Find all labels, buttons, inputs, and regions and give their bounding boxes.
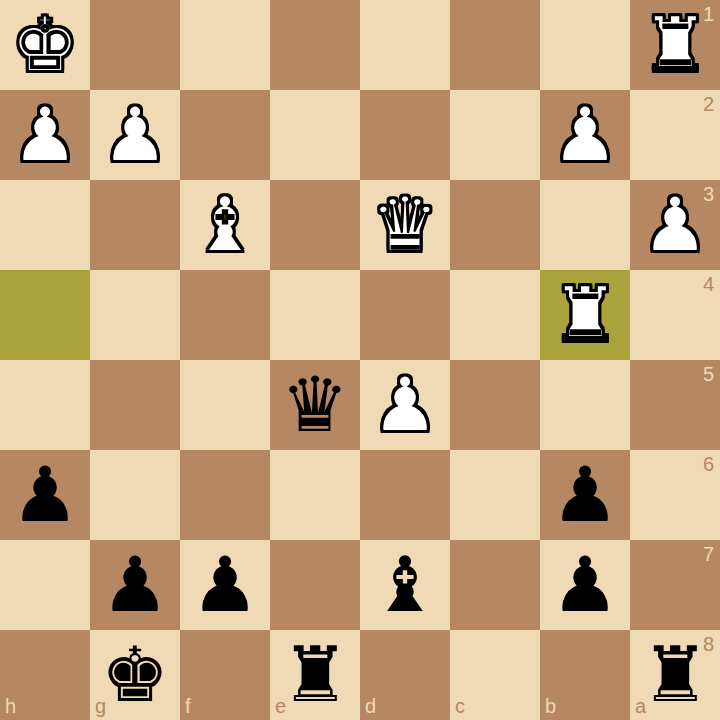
square-g8[interactable]: g♚: [90, 630, 180, 720]
square-e4[interactable]: [270, 270, 360, 360]
square-d4[interactable]: [360, 270, 450, 360]
square-g1[interactable]: [90, 0, 180, 90]
black-pawn[interactable]: ♟: [540, 450, 630, 540]
square-h2[interactable]: ♟: [0, 90, 90, 180]
coord-file-b: b: [545, 695, 556, 718]
coord-rank-7: 7: [703, 543, 714, 566]
square-g4[interactable]: [90, 270, 180, 360]
square-d1[interactable]: [360, 0, 450, 90]
square-h7[interactable]: [0, 540, 90, 630]
square-a1[interactable]: 1♜: [630, 0, 720, 90]
square-g2[interactable]: ♟: [90, 90, 180, 180]
square-b6[interactable]: ♟: [540, 450, 630, 540]
white-pawn[interactable]: ♟: [360, 360, 450, 450]
black-pawn[interactable]: ♟: [90, 540, 180, 630]
square-d3[interactable]: ♛: [360, 180, 450, 270]
square-f1[interactable]: [180, 0, 270, 90]
square-a6[interactable]: 6: [630, 450, 720, 540]
square-c3[interactable]: [450, 180, 540, 270]
square-h4[interactable]: [0, 270, 90, 360]
coord-file-f: f: [185, 695, 191, 718]
square-d5[interactable]: ♟: [360, 360, 450, 450]
white-pawn[interactable]: ♟: [0, 90, 90, 180]
square-e6[interactable]: [270, 450, 360, 540]
square-h8[interactable]: h: [0, 630, 90, 720]
square-b3[interactable]: [540, 180, 630, 270]
square-c1[interactable]: [450, 0, 540, 90]
white-bishop[interactable]: ♝: [180, 180, 270, 270]
black-rook[interactable]: ♜: [630, 630, 720, 720]
coord-rank-2: 2: [703, 93, 714, 116]
square-e2[interactable]: [270, 90, 360, 180]
square-b5[interactable]: [540, 360, 630, 450]
white-rook[interactable]: ♜: [630, 0, 720, 90]
white-pawn[interactable]: ♟: [540, 90, 630, 180]
square-b2[interactable]: ♟: [540, 90, 630, 180]
square-f8[interactable]: f: [180, 630, 270, 720]
black-pawn[interactable]: ♟: [0, 450, 90, 540]
square-d6[interactable]: [360, 450, 450, 540]
black-bishop[interactable]: ♝: [360, 540, 450, 630]
square-a4[interactable]: 4: [630, 270, 720, 360]
coord-rank-5: 5: [703, 363, 714, 386]
square-h6[interactable]: ♟: [0, 450, 90, 540]
square-g5[interactable]: [90, 360, 180, 450]
square-a5[interactable]: 5: [630, 360, 720, 450]
square-b8[interactable]: b: [540, 630, 630, 720]
square-e8[interactable]: e♜: [270, 630, 360, 720]
coord-rank-4: 4: [703, 273, 714, 296]
square-h1[interactable]: ♚: [0, 0, 90, 90]
black-queen[interactable]: ♛: [270, 360, 360, 450]
white-rook[interactable]: ♜: [540, 270, 630, 360]
square-f4[interactable]: [180, 270, 270, 360]
square-c4[interactable]: [450, 270, 540, 360]
coord-file-d: d: [365, 695, 376, 718]
square-e3[interactable]: [270, 180, 360, 270]
square-f3[interactable]: ♝: [180, 180, 270, 270]
square-d2[interactable]: [360, 90, 450, 180]
square-a2[interactable]: 2: [630, 90, 720, 180]
square-f6[interactable]: [180, 450, 270, 540]
square-a3[interactable]: 3♟: [630, 180, 720, 270]
white-pawn[interactable]: ♟: [630, 180, 720, 270]
square-a8[interactable]: 8a♜: [630, 630, 720, 720]
square-f5[interactable]: [180, 360, 270, 450]
coord-file-c: c: [455, 695, 465, 718]
chess-board: ♚1♜♟♟♟2♝♛3♟♜4♛♟5♟♟6♟♟♝♟7hg♚fe♜dcb8a♜: [0, 0, 720, 720]
square-g3[interactable]: [90, 180, 180, 270]
square-g7[interactable]: ♟: [90, 540, 180, 630]
square-d7[interactable]: ♝: [360, 540, 450, 630]
black-pawn[interactable]: ♟: [540, 540, 630, 630]
square-f7[interactable]: ♟: [180, 540, 270, 630]
square-a7[interactable]: 7: [630, 540, 720, 630]
square-c6[interactable]: [450, 450, 540, 540]
coord-file-h: h: [5, 695, 16, 718]
square-e5[interactable]: ♛: [270, 360, 360, 450]
square-c8[interactable]: c: [450, 630, 540, 720]
square-h3[interactable]: [0, 180, 90, 270]
white-king[interactable]: ♚: [0, 0, 90, 90]
square-h5[interactable]: [0, 360, 90, 450]
square-b4[interactable]: ♜: [540, 270, 630, 360]
black-pawn[interactable]: ♟: [180, 540, 270, 630]
square-c2[interactable]: [450, 90, 540, 180]
square-b7[interactable]: ♟: [540, 540, 630, 630]
white-queen[interactable]: ♛: [360, 180, 450, 270]
square-f2[interactable]: [180, 90, 270, 180]
square-c7[interactable]: [450, 540, 540, 630]
black-king[interactable]: ♚: [90, 630, 180, 720]
black-rook[interactable]: ♜: [270, 630, 360, 720]
square-e1[interactable]: [270, 0, 360, 90]
square-b1[interactable]: [540, 0, 630, 90]
white-pawn[interactable]: ♟: [90, 90, 180, 180]
square-c5[interactable]: [450, 360, 540, 450]
square-d8[interactable]: d: [360, 630, 450, 720]
coord-rank-6: 6: [703, 453, 714, 476]
square-e7[interactable]: [270, 540, 360, 630]
square-g6[interactable]: [90, 450, 180, 540]
